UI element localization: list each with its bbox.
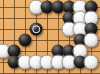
- last-move-marker: [32, 25, 41, 34]
- stone-black: [19, 34, 32, 47]
- stone-black: [30, 23, 43, 36]
- stone-white: [84, 55, 99, 70]
- go-board[interactable]: [0, 0, 100, 74]
- stones-layer: [0, 0, 100, 74]
